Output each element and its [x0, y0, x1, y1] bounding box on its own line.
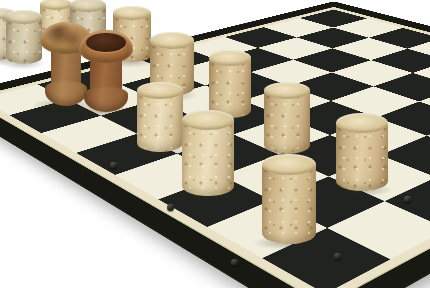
champagne-cork-piece-e1[interactable]: [79, 30, 133, 112]
cork-body: [336, 123, 388, 191]
cork-body: [209, 58, 251, 118]
cork-piece-b2[interactable]: [336, 113, 388, 191]
cork-piece-b1[interactable]: [262, 154, 316, 244]
cork-body: [137, 91, 183, 152]
cork-body: [264, 91, 310, 154]
cork-body: [262, 165, 316, 244]
cork-body: [6, 17, 42, 64]
cork-piece-d2[interactable]: [209, 50, 251, 118]
cork-top: [182, 110, 234, 130]
cork-top: [137, 82, 183, 99]
cork-top: [113, 6, 151, 20]
cork-top: [336, 113, 388, 133]
cork-piece-c2[interactable]: [264, 82, 310, 154]
pieces-layer: [0, 0, 430, 288]
cork-top: [6, 10, 42, 24]
cork-body: [182, 120, 234, 196]
cork-piece-d1[interactable]: [137, 82, 183, 152]
cork-piece-g1[interactable]: [6, 10, 42, 64]
photo-scene: [0, 0, 430, 288]
champagne-cork-cap: [79, 30, 133, 63]
wine-stained-top: [86, 33, 126, 52]
cork-top: [150, 32, 194, 49]
cork-top: [262, 154, 316, 175]
cork-top: [209, 50, 251, 66]
cork-top: [264, 82, 310, 99]
cork-piece-c1[interactable]: [182, 110, 234, 196]
